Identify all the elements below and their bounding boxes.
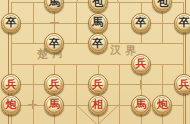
red-soldier-glyph: 兵 xyxy=(132,55,150,73)
black-soldier-glyph: 卒 xyxy=(132,14,150,32)
red-soldier-glyph: 兵 xyxy=(45,75,63,93)
red-elephant-glyph: 相 xyxy=(89,96,107,114)
point-marker xyxy=(136,80,145,89)
piece-black-cannon[interactable]: 包 xyxy=(152,0,172,12)
piece-red-soldier[interactable]: 兵 xyxy=(1,74,21,94)
black-cannon-glyph: 包 xyxy=(89,0,107,11)
piece-red-soldier[interactable]: 兵 xyxy=(88,74,108,94)
point-marker xyxy=(28,100,37,109)
piece-black-soldier[interactable]: 卒 xyxy=(1,13,21,33)
black-cannon-glyph: 包 xyxy=(153,0,171,11)
piece-red-soldier[interactable]: 兵 xyxy=(131,54,151,74)
xiangqi-board[interactable]: 楚河 汉界 馬包包馬卒卒卒卒卒兵兵兵兵兵炮馬相馬炮 xyxy=(0,0,190,124)
black-soldier-glyph: 卒 xyxy=(89,34,107,52)
red-cannon-glyph: 炮 xyxy=(153,96,171,114)
red-soldier-glyph: 兵 xyxy=(2,75,20,93)
black-soldier-glyph: 卒 xyxy=(45,34,63,52)
piece-red-soldier[interactable]: 兵 xyxy=(174,74,190,94)
piece-black-cannon[interactable]: 包 xyxy=(88,0,108,12)
red-cannon-glyph: 炮 xyxy=(2,96,20,114)
red-horse-glyph: 馬 xyxy=(132,96,150,114)
piece-black-horse[interactable]: 馬 xyxy=(44,0,64,12)
piece-red-horse[interactable]: 馬 xyxy=(131,95,151,115)
red-soldier-glyph: 兵 xyxy=(89,75,107,93)
black-horse-glyph: 馬 xyxy=(45,0,63,11)
point-marker xyxy=(50,18,59,27)
piece-red-elephant[interactable]: 相 xyxy=(88,95,108,115)
piece-black-soldier[interactable]: 卒 xyxy=(44,33,64,53)
piece-red-horse[interactable]: 馬 xyxy=(44,95,64,115)
piece-red-soldier[interactable]: 兵 xyxy=(44,74,64,94)
piece-black-horse[interactable]: 馬 xyxy=(88,13,108,33)
black-soldier-glyph: 卒 xyxy=(2,14,20,32)
piece-black-soldier[interactable]: 卒 xyxy=(131,13,151,33)
piece-red-cannon[interactable]: 炮 xyxy=(1,95,21,115)
black-horse-glyph: 馬 xyxy=(89,14,107,32)
red-horse-glyph: 馬 xyxy=(45,96,63,114)
piece-red-cannon[interactable]: 炮 xyxy=(152,95,172,115)
piece-black-soldier[interactable]: 卒 xyxy=(174,13,190,33)
piece-black-soldier[interactable]: 卒 xyxy=(88,33,108,53)
red-soldier-glyph: 兵 xyxy=(175,75,190,93)
black-soldier-glyph: 卒 xyxy=(175,14,190,32)
